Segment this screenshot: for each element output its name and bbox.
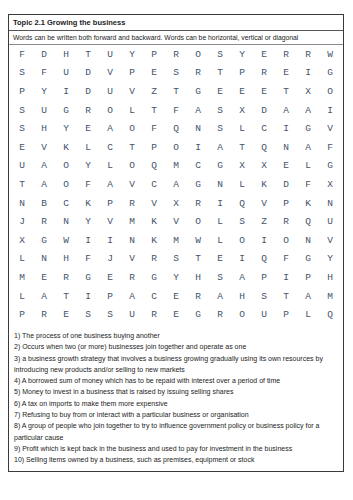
grid-cell[interactable]: R xyxy=(165,45,187,64)
grid-cell[interactable]: R xyxy=(77,101,99,120)
grid-cell[interactable]: F xyxy=(275,250,297,269)
clue-item: 1) The process of one business buying an… xyxy=(14,330,338,341)
grid-cell[interactable]: L xyxy=(231,175,253,194)
grid-cell[interactable]: O xyxy=(275,231,297,250)
grid-cell[interactable]: X xyxy=(297,82,319,101)
grid-cell[interactable]: A xyxy=(297,287,319,306)
grid-cell[interactable]: G xyxy=(297,250,319,269)
grid-cell[interactable]: A xyxy=(297,138,319,157)
grid-cell[interactable]: T xyxy=(77,45,99,64)
grid-cell[interactable]: Q xyxy=(253,250,275,269)
grid-cell[interactable]: K xyxy=(143,231,165,250)
grid-cell[interactable]: E xyxy=(165,287,187,306)
grid-cell[interactable]: V xyxy=(165,212,187,231)
grid-cell[interactable]: V xyxy=(319,119,341,138)
grid-cell[interactable]: H xyxy=(187,268,209,287)
grid-cell[interactable]: D xyxy=(77,64,99,83)
grid-cell[interactable]: I xyxy=(275,268,297,287)
grid-cell[interactable]: I xyxy=(319,101,341,120)
grid-cell[interactable]: W xyxy=(55,231,77,250)
grid-cell[interactable]: I xyxy=(99,231,121,250)
grid-cell[interactable]: R xyxy=(121,268,143,287)
grid-cell[interactable]: G xyxy=(187,175,209,194)
grid-cell[interactable]: V xyxy=(99,212,121,231)
grid-cell[interactable]: A xyxy=(33,287,55,306)
grid-cell[interactable]: Q xyxy=(297,212,319,231)
grid-cell[interactable]: S xyxy=(209,101,231,120)
grid-cell[interactable]: P xyxy=(143,45,165,64)
grid-cell[interactable]: A xyxy=(121,287,143,306)
grid-cell[interactable]: W xyxy=(187,231,209,250)
clue-item: 2) Occurs when two (or more) businesses … xyxy=(14,341,338,352)
grid-cell[interactable]: G xyxy=(143,268,165,287)
grid-cell[interactable]: X xyxy=(165,194,187,213)
grid-cell[interactable]: C xyxy=(143,175,165,194)
instructions-row: Words can be written both forward and ba… xyxy=(9,31,343,45)
grid-cell[interactable]: Z xyxy=(253,212,275,231)
grid-cell[interactable]: M xyxy=(121,212,143,231)
clue-item: 4) A borrowed sum of money which has to … xyxy=(14,375,338,386)
grid-cell[interactable]: U xyxy=(99,82,121,101)
grid-cell[interactable]: E xyxy=(55,305,77,324)
grid-cell[interactable]: E xyxy=(99,268,121,287)
grid-cell[interactable]: T xyxy=(231,138,253,157)
grid-cell[interactable]: A xyxy=(209,138,231,157)
grid-cell[interactable]: C xyxy=(253,119,275,138)
grid-cell[interactable]: Q xyxy=(231,194,253,213)
clue-item: 9) Profit which is kept back in the busi… xyxy=(14,443,338,454)
grid-cell[interactable]: I xyxy=(77,231,99,250)
grid-cell[interactable]: T xyxy=(187,250,209,269)
grid-cell[interactable]: S xyxy=(11,64,33,83)
grid-cell[interactable]: K xyxy=(55,138,77,157)
grid-cell[interactable]: O xyxy=(187,45,209,64)
grid-cell[interactable]: R xyxy=(187,194,209,213)
grid-cell[interactable]: R xyxy=(253,64,275,83)
grid-cell[interactable]: Q xyxy=(165,119,187,138)
grid-cell[interactable]: O xyxy=(187,212,209,231)
grid-cell[interactable]: X xyxy=(231,101,253,120)
grid-cell[interactable]: S xyxy=(77,305,99,324)
grid-cell[interactable]: F xyxy=(297,175,319,194)
grid-cell[interactable]: R xyxy=(143,305,165,324)
grid-cell[interactable]: D xyxy=(275,175,297,194)
grid-cell[interactable]: D xyxy=(253,101,275,120)
grid-cell[interactable]: S xyxy=(209,45,231,64)
grid-cell[interactable]: K xyxy=(297,194,319,213)
grid-cell[interactable]: F xyxy=(33,64,55,83)
grid-cell[interactable]: V xyxy=(121,175,143,194)
grid-cell[interactable]: L xyxy=(121,101,143,120)
grid-cell[interactable]: E xyxy=(253,45,275,64)
grid-cell[interactable]: E xyxy=(231,82,253,101)
clue-item: 5) Money to invest in a business that is… xyxy=(14,386,338,397)
grid-cell[interactable]: P xyxy=(11,82,33,101)
grid-cell[interactable]: R xyxy=(275,45,297,64)
grid-cell[interactable]: O xyxy=(121,157,143,176)
grid-cell[interactable]: S xyxy=(209,268,231,287)
grid-cell[interactable]: R xyxy=(33,305,55,324)
grid-cell[interactable]: F xyxy=(319,138,341,157)
grid-cell[interactable]: N xyxy=(275,138,297,157)
grid-cell[interactable]: U xyxy=(319,212,341,231)
grid-cell[interactable]: N xyxy=(297,231,319,250)
grid-cell[interactable]: A xyxy=(99,175,121,194)
grid-cell[interactable]: E xyxy=(165,305,187,324)
grid-cell[interactable]: Y xyxy=(77,212,99,231)
grid-cell[interactable]: F xyxy=(165,101,187,120)
grid-cell[interactable]: G xyxy=(77,268,99,287)
grid-cell[interactable]: R xyxy=(187,64,209,83)
grid-cell[interactable]: O xyxy=(121,119,143,138)
grid-cell[interactable]: A xyxy=(33,157,55,176)
grid-cell[interactable]: A xyxy=(275,101,297,120)
grid-cell[interactable]: R xyxy=(187,287,209,306)
grid-cell[interactable]: S xyxy=(209,119,231,138)
grid-cell[interactable]: B xyxy=(33,194,55,213)
grid-cell[interactable]: V xyxy=(99,64,121,83)
grid-cell[interactable]: C xyxy=(187,157,209,176)
grid-cell[interactable]: G xyxy=(187,82,209,101)
grid-cell[interactable]: Y xyxy=(165,268,187,287)
grid-cell[interactable]: E xyxy=(33,268,55,287)
grid-cell[interactable]: S xyxy=(165,64,187,83)
grid-cell[interactable]: R xyxy=(275,212,297,231)
grid-cell[interactable]: L xyxy=(11,287,33,306)
grid-cell[interactable]: S xyxy=(99,305,121,324)
grid-cell[interactable]: Y xyxy=(319,250,341,269)
grid-cell[interactable]: X xyxy=(11,231,33,250)
grid-cell[interactable]: U xyxy=(121,305,143,324)
grid-cell[interactable]: X xyxy=(319,175,341,194)
grid-cell[interactable]: G xyxy=(297,119,319,138)
grid-cell[interactable]: S xyxy=(11,119,33,138)
grid-cell[interactable]: Y xyxy=(55,119,77,138)
grid-cell[interactable]: O xyxy=(55,157,77,176)
grid-cell[interactable]: G xyxy=(33,231,55,250)
grid-cell[interactable]: E xyxy=(209,250,231,269)
grid-cell[interactable]: V xyxy=(319,231,341,250)
page-title: Topic 2.1 Growing the business xyxy=(13,18,125,27)
grid-cell[interactable]: N xyxy=(209,175,231,194)
grid-cell[interactable]: L xyxy=(77,138,99,157)
grid-cell[interactable]: H xyxy=(55,45,77,64)
grid-cell[interactable]: D xyxy=(33,45,55,64)
grid-cell[interactable]: Y xyxy=(231,45,253,64)
grid-cell[interactable]: E xyxy=(275,157,297,176)
grid-cell[interactable]: L xyxy=(231,119,253,138)
grid-cell[interactable]: K xyxy=(77,194,99,213)
grid-cell[interactable]: U xyxy=(33,101,55,120)
clue-item: 10) Selling items owned by a business, s… xyxy=(14,454,338,465)
grid-cell[interactable]: G xyxy=(209,157,231,176)
grid-cell[interactable]: P xyxy=(99,287,121,306)
clue-item: 6) A tax on imports to make them more ex… xyxy=(14,398,338,409)
grid-cell[interactable]: Q xyxy=(143,157,165,176)
grid-cell[interactable]: S xyxy=(231,212,253,231)
grid-cell[interactable]: A xyxy=(297,101,319,120)
grid-cell[interactable]: M xyxy=(165,157,187,176)
grid-cell[interactable]: R xyxy=(209,305,231,324)
grid-cell[interactable]: N xyxy=(187,119,209,138)
grid-cell[interactable]: T xyxy=(275,82,297,101)
grid-cell[interactable]: Q xyxy=(319,305,341,324)
grid-cell[interactable]: H xyxy=(231,287,253,306)
grid-cell[interactable]: N xyxy=(11,194,33,213)
grid-cell[interactable]: A xyxy=(231,268,253,287)
grid-cell[interactable]: P xyxy=(275,305,297,324)
title-row: Topic 2.1 Growing the business xyxy=(9,15,343,31)
grid-cell[interactable]: Q xyxy=(253,138,275,157)
grid-cell[interactable]: F xyxy=(77,175,99,194)
grid-cell[interactable]: Y xyxy=(33,82,55,101)
grid-cell[interactable]: X xyxy=(253,157,275,176)
grid-cell[interactable]: O xyxy=(55,175,77,194)
grid-cell[interactable]: E xyxy=(77,119,99,138)
grid-cell[interactable]: H xyxy=(33,119,55,138)
grid-cell[interactable]: E xyxy=(209,82,231,101)
grid-cell[interactable]: P xyxy=(297,268,319,287)
grid-cell[interactable]: I xyxy=(297,64,319,83)
grid-cell[interactable]: O xyxy=(99,101,121,120)
grid-cell[interactable]: K xyxy=(143,212,165,231)
grid-cell[interactable]: L xyxy=(11,250,33,269)
grid-cell[interactable]: K xyxy=(253,175,275,194)
grid-cell[interactable]: C xyxy=(99,138,121,157)
grid-cell[interactable]: N xyxy=(121,231,143,250)
grid-cell[interactable]: L xyxy=(297,157,319,176)
grid-cell[interactable]: N xyxy=(319,194,341,213)
grid-cell[interactable]: U xyxy=(11,157,33,176)
grid-cell[interactable]: U xyxy=(253,305,275,324)
grid-cell[interactable]: Y xyxy=(121,45,143,64)
grid-cell[interactable]: P xyxy=(143,138,165,157)
grid-cell[interactable]: R xyxy=(143,250,165,269)
grid-cell[interactable]: R xyxy=(55,268,77,287)
grid-cell[interactable]: I xyxy=(77,287,99,306)
grid-cell[interactable]: N xyxy=(55,212,77,231)
grid-cell[interactable]: T xyxy=(55,287,77,306)
grid-cell[interactable]: A xyxy=(209,287,231,306)
grid-cell[interactable]: V xyxy=(121,82,143,101)
grid-cell[interactable]: R xyxy=(297,45,319,64)
grid-cell[interactable]: T xyxy=(165,82,187,101)
grid-cell[interactable]: P xyxy=(253,268,275,287)
grid-cell[interactable]: P xyxy=(121,64,143,83)
grid-cell[interactable]: E xyxy=(143,64,165,83)
grid-cell[interactable]: J xyxy=(11,212,33,231)
grid-cell[interactable]: M xyxy=(11,268,33,287)
grid-cell[interactable]: T xyxy=(121,138,143,157)
grid-cell[interactable]: A xyxy=(187,101,209,120)
word-search-grid: FDHTUYPROSYERRWSFUDVPESRTPREIGPYIDUVZTGE… xyxy=(11,45,341,324)
grid-cell[interactable]: R xyxy=(33,212,55,231)
grid-cell[interactable]: E xyxy=(253,82,275,101)
grid-cell[interactable]: T xyxy=(209,64,231,83)
grid-cell[interactable]: V xyxy=(143,194,165,213)
grid-cell[interactable]: S xyxy=(253,287,275,306)
grid-cell[interactable]: X xyxy=(231,157,253,176)
grid-cell[interactable]: M xyxy=(165,231,187,250)
grid-cell[interactable]: I xyxy=(187,138,209,157)
grid-cell[interactable]: G xyxy=(319,157,341,176)
grid-cell[interactable]: H xyxy=(319,268,341,287)
clue-list: 1) The process of one business buying an… xyxy=(9,324,343,466)
grid-cell[interactable]: P xyxy=(275,194,297,213)
grid-cell[interactable]: E xyxy=(275,64,297,83)
grid-cell[interactable]: G xyxy=(55,101,77,120)
grid-cell[interactable]: Y xyxy=(77,157,99,176)
clue-item: 7) Refusing to buy from or interact with… xyxy=(14,409,338,420)
grid-cell[interactable]: G xyxy=(319,64,341,83)
instructions-text: Words can be written both forward and ba… xyxy=(13,34,298,41)
grid-cell[interactable]: C xyxy=(143,287,165,306)
grid-cell[interactable]: H xyxy=(55,250,77,269)
grid-cell[interactable]: S xyxy=(11,101,33,120)
grid-cell[interactable]: Z xyxy=(143,82,165,101)
word-search-sheet: Topic 2.1 Growing the business Words can… xyxy=(8,14,344,472)
grid-cell[interactable]: I xyxy=(55,82,77,101)
clue-item: 3) a business growth strategy that invol… xyxy=(14,353,338,376)
grid-cell[interactable]: D xyxy=(77,82,99,101)
grid-cell[interactable]: V xyxy=(253,194,275,213)
grid-cell[interactable]: P xyxy=(11,305,33,324)
grid-cell[interactable]: C xyxy=(55,194,77,213)
grid-cell[interactable]: S xyxy=(165,250,187,269)
grid-cell[interactable]: G xyxy=(187,305,209,324)
grid-cell[interactable]: F xyxy=(11,45,33,64)
grid-cell[interactable]: A xyxy=(165,175,187,194)
grid-cell[interactable]: I xyxy=(231,250,253,269)
worksheet-page: Topic 2.1 Growing the business Words can… xyxy=(0,0,353,500)
grid-cell[interactable]: L xyxy=(297,305,319,324)
grid-cell[interactable]: O xyxy=(165,138,187,157)
grid-cell[interactable]: A xyxy=(99,119,121,138)
grid-cell[interactable]: W xyxy=(319,45,341,64)
grid-cell[interactable]: O xyxy=(231,231,253,250)
grid-cell[interactable]: P xyxy=(99,194,121,213)
grid-cell[interactable]: O xyxy=(319,82,341,101)
grid-cell[interactable]: V xyxy=(121,250,143,269)
grid-cell[interactable]: L xyxy=(99,157,121,176)
grid-cell[interactable]: U xyxy=(99,45,121,64)
grid-cell[interactable]: U xyxy=(55,64,77,83)
grid-cell[interactable]: E xyxy=(11,138,33,157)
grid-cell[interactable]: M xyxy=(319,287,341,306)
grid-cell[interactable]: A xyxy=(33,175,55,194)
grid-cell[interactable]: N xyxy=(33,250,55,269)
grid-cell[interactable]: I xyxy=(209,194,231,213)
grid-cell[interactable]: L xyxy=(209,231,231,250)
grid-cell[interactable]: T xyxy=(275,287,297,306)
clue-item: 8) A group of people who join together t… xyxy=(14,420,338,443)
grid-cell[interactable]: I xyxy=(253,231,275,250)
grid-cell[interactable]: P xyxy=(231,64,253,83)
grid-cell[interactable]: I xyxy=(275,119,297,138)
grid-cell[interactable]: V xyxy=(33,138,55,157)
grid-cell[interactable]: L xyxy=(209,212,231,231)
grid-cell[interactable]: T xyxy=(143,101,165,120)
grid-cell[interactable]: O xyxy=(231,305,253,324)
grid-cell[interactable]: T xyxy=(11,175,33,194)
grid-cell[interactable]: F xyxy=(143,119,165,138)
grid-cell[interactable]: F xyxy=(77,250,99,269)
grid-cell[interactable]: R xyxy=(121,194,143,213)
grid-cell[interactable]: J xyxy=(99,250,121,269)
